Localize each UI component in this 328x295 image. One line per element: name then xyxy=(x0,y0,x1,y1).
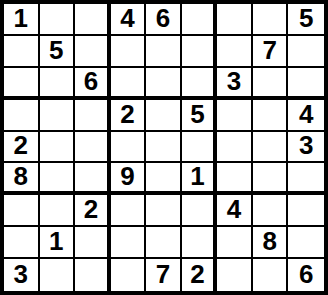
cell-r7c1[interactable] xyxy=(4,195,40,227)
given-digit: 7 xyxy=(262,37,276,63)
given-digit: 7 xyxy=(156,261,170,287)
cell-r8c5[interactable] xyxy=(146,227,182,259)
cell-r9c7[interactable] xyxy=(217,259,253,291)
cell-r2c6[interactable] xyxy=(182,36,218,68)
cell-r2c5[interactable] xyxy=(146,36,182,68)
cell-r7c6[interactable] xyxy=(182,195,218,227)
cell-r2c9[interactable] xyxy=(288,36,324,68)
given-digit: 5 xyxy=(299,5,313,31)
cell-r9c9[interactable]: 6 xyxy=(288,259,324,291)
given-digit: 4 xyxy=(120,5,134,31)
given-digit: 8 xyxy=(14,163,28,189)
cell-r1c2[interactable] xyxy=(40,4,76,36)
cell-r6c7[interactable] xyxy=(217,163,253,195)
cell-r1c1[interactable]: 1 xyxy=(4,4,40,36)
cell-r9c1[interactable]: 3 xyxy=(4,259,40,291)
cell-r1c7[interactable] xyxy=(217,4,253,36)
cell-r4c1[interactable] xyxy=(4,100,40,132)
cell-r7c3[interactable]: 2 xyxy=(75,195,111,227)
cell-r7c2[interactable] xyxy=(40,195,76,227)
cell-r1c4[interactable]: 4 xyxy=(111,4,147,36)
cell-r7c8[interactable] xyxy=(253,195,289,227)
cell-r9c3[interactable] xyxy=(75,259,111,291)
given-digit: 2 xyxy=(14,132,28,158)
cell-r8c1[interactable] xyxy=(4,227,40,259)
given-digit: 6 xyxy=(299,261,313,287)
cell-r6c1[interactable]: 8 xyxy=(4,163,40,195)
cell-r8c8[interactable]: 8 xyxy=(253,227,289,259)
cell-r6c5[interactable] xyxy=(146,163,182,195)
cell-r3c5[interactable] xyxy=(146,68,182,100)
given-digit: 3 xyxy=(14,261,28,287)
given-digit: 5 xyxy=(49,37,63,63)
cell-r3c7[interactable]: 3 xyxy=(217,68,253,100)
cell-r7c4[interactable] xyxy=(111,195,147,227)
cell-r5c3[interactable] xyxy=(75,132,111,164)
cell-r3c6[interactable] xyxy=(182,68,218,100)
cell-r3c8[interactable] xyxy=(253,68,289,100)
given-digit: 2 xyxy=(120,101,134,127)
given-digit: 1 xyxy=(190,163,204,189)
given-digit: 3 xyxy=(227,68,241,94)
cell-r1c6[interactable] xyxy=(182,4,218,36)
cell-r6c3[interactable] xyxy=(75,163,111,195)
given-digit: 9 xyxy=(120,163,134,189)
given-digit: 4 xyxy=(227,196,241,222)
cell-r9c8[interactable] xyxy=(253,259,289,291)
cell-r3c9[interactable] xyxy=(288,68,324,100)
cell-r5c7[interactable] xyxy=(217,132,253,164)
sudoku-board: 146557632542389124183726 xyxy=(0,0,328,295)
cell-r8c6[interactable] xyxy=(182,227,218,259)
cell-r4c8[interactable] xyxy=(253,100,289,132)
given-digit: 3 xyxy=(299,132,313,158)
cell-r6c2[interactable] xyxy=(40,163,76,195)
given-digit: 6 xyxy=(84,68,98,94)
cell-r5c1[interactable]: 2 xyxy=(4,132,40,164)
cell-r5c5[interactable] xyxy=(146,132,182,164)
cell-r2c8[interactable]: 7 xyxy=(253,36,289,68)
cell-r2c3[interactable] xyxy=(75,36,111,68)
cell-r9c5[interactable]: 7 xyxy=(146,259,182,291)
cell-r3c2[interactable] xyxy=(40,68,76,100)
cell-r9c4[interactable] xyxy=(111,259,147,291)
cell-r4c2[interactable] xyxy=(40,100,76,132)
cell-r8c2[interactable]: 1 xyxy=(40,227,76,259)
cell-r3c1[interactable] xyxy=(4,68,40,100)
given-digit: 1 xyxy=(14,5,28,31)
cell-r8c3[interactable] xyxy=(75,227,111,259)
cell-r6c9[interactable] xyxy=(288,163,324,195)
cell-r8c7[interactable] xyxy=(217,227,253,259)
cell-r4c7[interactable] xyxy=(217,100,253,132)
cell-r6c6[interactable]: 1 xyxy=(182,163,218,195)
given-digit: 8 xyxy=(262,228,276,254)
cell-r5c6[interactable] xyxy=(182,132,218,164)
cell-r5c4[interactable] xyxy=(111,132,147,164)
cell-r2c7[interactable] xyxy=(217,36,253,68)
cell-r2c4[interactable] xyxy=(111,36,147,68)
cell-r1c8[interactable] xyxy=(253,4,289,36)
given-digit: 2 xyxy=(190,261,204,287)
cell-r7c5[interactable] xyxy=(146,195,182,227)
cell-r1c5[interactable]: 6 xyxy=(146,4,182,36)
cell-r9c2[interactable] xyxy=(40,259,76,291)
given-digit: 2 xyxy=(84,196,98,222)
cell-r9c6[interactable]: 2 xyxy=(182,259,218,291)
cell-r5c8[interactable] xyxy=(253,132,289,164)
given-digit: 4 xyxy=(299,101,313,127)
cell-r3c3[interactable]: 6 xyxy=(75,68,111,100)
cell-r2c2[interactable]: 5 xyxy=(40,36,76,68)
cell-r8c9[interactable] xyxy=(288,227,324,259)
cell-r4c4[interactable]: 2 xyxy=(111,100,147,132)
cell-r5c2[interactable] xyxy=(40,132,76,164)
cell-r2c1[interactable] xyxy=(4,36,40,68)
cell-r4c6[interactable]: 5 xyxy=(182,100,218,132)
cell-r6c8[interactable] xyxy=(253,163,289,195)
cell-r1c9[interactable]: 5 xyxy=(288,4,324,36)
cell-r8c4[interactable] xyxy=(111,227,147,259)
cell-r6c4[interactable]: 9 xyxy=(111,163,147,195)
cell-r1c3[interactable] xyxy=(75,4,111,36)
cell-r5c9[interactable]: 3 xyxy=(288,132,324,164)
cell-r7c7[interactable]: 4 xyxy=(217,195,253,227)
cell-r4c5[interactable] xyxy=(146,100,182,132)
cell-r7c9[interactable] xyxy=(288,195,324,227)
given-digit: 6 xyxy=(156,5,170,31)
cell-r4c9[interactable]: 4 xyxy=(288,100,324,132)
cell-r3c4[interactable] xyxy=(111,68,147,100)
given-digit: 1 xyxy=(49,228,63,254)
given-digit: 5 xyxy=(190,101,204,127)
cell-r4c3[interactable] xyxy=(75,100,111,132)
